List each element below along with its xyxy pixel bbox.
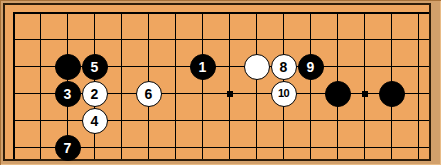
grid-line-h-2 — [13, 39, 429, 40]
stone-white-8: 8 — [271, 54, 297, 80]
grid-line-v-2 — [40, 12, 41, 159]
grid-line-v-12 — [310, 12, 311, 159]
stone-black-9: 9 — [298, 54, 324, 80]
stone-white-10: 10 — [271, 81, 297, 107]
grid-line-v-9 — [229, 12, 230, 159]
grid-line-v-7 — [175, 12, 176, 159]
grid-line-v-8 — [202, 12, 203, 159]
go-diagram: 53247618910 — [0, 0, 441, 165]
stone-black-3: 3 — [55, 81, 81, 107]
stone-white-4: 4 — [82, 108, 108, 134]
stone-white-plain-r3c10 — [244, 54, 270, 80]
stone-black-7: 7 — [55, 135, 81, 161]
grid-line-v-16 — [418, 12, 419, 159]
go-board: 53247618910 — [3, 3, 431, 161]
star-point-2 — [362, 91, 368, 97]
stone-black-plain-r4c15 — [379, 81, 405, 107]
star-point-1 — [227, 91, 233, 97]
grid-line-v-14 — [364, 12, 365, 159]
grid-line-v-5 — [121, 12, 122, 159]
stone-black-1: 1 — [190, 54, 216, 80]
stone-white-2: 2 — [82, 81, 108, 107]
grid-line-v-1 — [13, 12, 15, 159]
stone-black-5: 5 — [82, 54, 108, 80]
stone-white-6: 6 — [136, 81, 162, 107]
stone-black-plain-r4c13 — [325, 81, 351, 107]
grid-line-v-10 — [256, 12, 257, 159]
grid-line-h-5 — [13, 120, 429, 121]
grid-line-h-1 — [13, 12, 429, 14]
stone-black-plain-r3c3 — [55, 54, 81, 80]
